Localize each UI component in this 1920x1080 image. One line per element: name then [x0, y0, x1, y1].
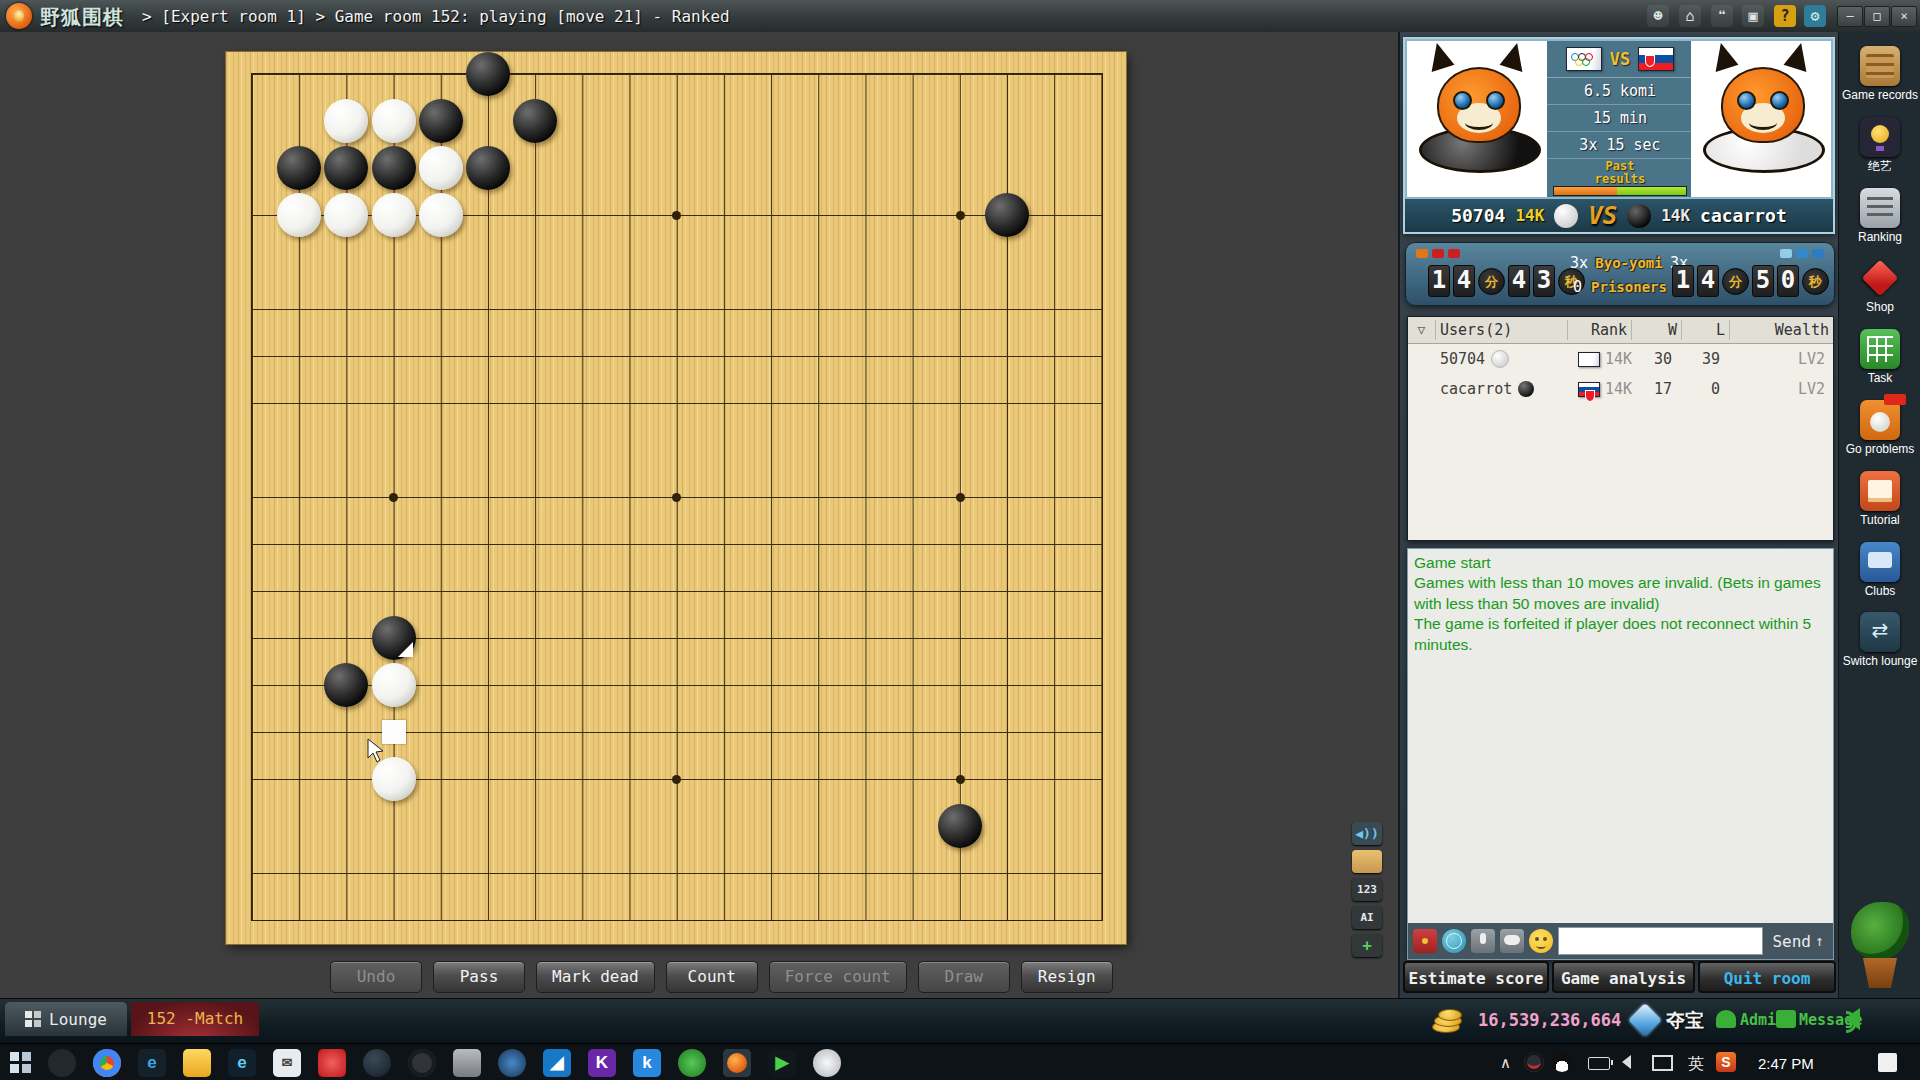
- wins-column-header: W: [1632, 320, 1682, 340]
- wealth-column-header: Wealth: [1730, 320, 1833, 340]
- chat-input[interactable]: [1558, 927, 1763, 955]
- bottom-bar: Lounge 152 -Match 16,539,236,664 夺宝 Admi…: [0, 998, 1920, 1044]
- star-point: [956, 775, 965, 784]
- byoyomi-label: Byo-yomi: [1595, 255, 1662, 271]
- rank-column-header: Rank: [1568, 320, 1632, 340]
- right-panel: VS 6.5 komi 15 min 3x 15 sec Past result…: [1398, 32, 1840, 998]
- right-byoyomi-lights: [1780, 249, 1824, 258]
- users-column-header: Users(2): [1436, 320, 1568, 340]
- mouse-cursor: [366, 738, 386, 764]
- globe-icon[interactable]: [1442, 929, 1466, 953]
- minimize-button[interactable]: —: [1837, 6, 1863, 27]
- slovakia-flag-icon: [1578, 382, 1600, 397]
- title-bar: 野狐围棋 > [Expert room 1] > Game room 152: …: [0, 0, 1920, 33]
- chat-message: Games with less than 10 moves are invali…: [1414, 573, 1827, 614]
- chat-input-bar: Send ↑: [1408, 923, 1833, 959]
- close-button[interactable]: ×: [1891, 6, 1917, 27]
- send-arrow-icon: ↑: [1815, 932, 1824, 950]
- sogou-icon[interactable]: S: [1716, 1052, 1736, 1072]
- black-stone: [277, 146, 321, 190]
- seconds-unit-badge: 秒: [1802, 268, 1829, 295]
- white-stone: [419, 146, 463, 190]
- sidebar-item-task[interactable]: Task: [1839, 329, 1920, 386]
- wegame-icon[interactable]: [678, 1049, 706, 1077]
- fox-go-app-icon-active[interactable]: [723, 1049, 751, 1077]
- diamond-icon[interactable]: [1628, 1003, 1662, 1037]
- losses-column-header: L: [1682, 320, 1730, 340]
- add-friend-icon[interactable]: ☻: [1647, 5, 1669, 27]
- vscode-icon[interactable]: ◢: [543, 1049, 571, 1077]
- black-stone: [324, 146, 368, 190]
- sidebar-item-game-records[interactable]: Game records: [1839, 46, 1920, 103]
- black-stone: [419, 99, 463, 143]
- star-point: [672, 775, 681, 784]
- chat-message: The game is forfeited if player does not…: [1414, 614, 1827, 655]
- chat-messages: Game start Games with less than 10 moves…: [1408, 549, 1833, 923]
- sidebar-item-ranking[interactable]: Ranking: [1839, 188, 1920, 245]
- zoom-plus-button[interactable]: +: [1352, 934, 1382, 957]
- user-row[interactable]: cacarrot 14K 17 0 LV2: [1408, 374, 1833, 404]
- beta-tag: [1884, 394, 1906, 405]
- ie-icon[interactable]: e: [228, 1049, 256, 1077]
- browser-globe-icon[interactable]: [498, 1049, 526, 1077]
- left-prisoners-count: 0: [1564, 278, 1591, 296]
- qq-penguin-icon[interactable]: [1552, 1052, 1572, 1072]
- hidden-icons-chevron[interactable]: ∧: [1500, 1054, 1511, 1072]
- white-stone: [372, 99, 416, 143]
- sidebar-item-tutorial[interactable]: Tutorial: [1839, 471, 1920, 528]
- black-stone: [372, 146, 416, 190]
- white-stone: [324, 99, 368, 143]
- netease-music-icon[interactable]: [318, 1049, 346, 1077]
- sidebar-item-go-problems[interactable]: Go problems: [1839, 400, 1920, 457]
- user-wins: 30: [1632, 350, 1682, 368]
- pass-button[interactable]: Pass: [433, 961, 525, 993]
- sound-speaker-icon[interactable]: [1844, 1008, 1860, 1030]
- breadcrumb-separator: >: [142, 7, 152, 26]
- users-panel: ▽ Users(2) Rank W L Wealth 50704 14K 30 …: [1407, 316, 1834, 541]
- white-stone: [324, 193, 368, 237]
- right-player-rank: 14K: [1661, 206, 1690, 225]
- sidebar-item-switch-lounge[interactable]: Switch lounge: [1839, 612, 1920, 669]
- speech-bubble-icon[interactable]: [1500, 929, 1524, 953]
- sound-toggle-icon[interactable]: ◀)): [1352, 822, 1382, 845]
- red-packet-icon[interactable]: [1413, 929, 1437, 953]
- breadcrumb: > [Expert room 1] > Game room 152: playi…: [142, 7, 730, 26]
- camera-app-icon[interactable]: [453, 1049, 481, 1077]
- user-wealth: LV2: [1730, 380, 1833, 398]
- star-point: [389, 493, 398, 502]
- user-rank: 14K: [1605, 350, 1632, 368]
- notification-center-icon[interactable]: [1878, 1053, 1897, 1072]
- breadcrumb-room-title: Game room 152: playing [move 21] - Ranke…: [335, 7, 730, 26]
- past-results[interactable]: Past results: [1547, 159, 1693, 199]
- settings-gear-icon[interactable]: ⚙: [1804, 5, 1826, 27]
- gift-icon[interactable]: ▣: [1742, 5, 1764, 27]
- ai-toggle[interactable]: AI: [1352, 906, 1382, 929]
- breadcrumb-room-path: [Expert room 1]: [161, 7, 306, 26]
- user-row[interactable]: 50704 14K 30 39 LV2: [1408, 344, 1833, 374]
- jueyi-ai-icon: [1860, 117, 1900, 157]
- coins-icon: [1432, 1007, 1466, 1035]
- edge-icon[interactable]: e: [138, 1049, 166, 1077]
- past-results-bar: [1553, 186, 1687, 196]
- black-stone: [985, 193, 1029, 237]
- filter-icon[interactable]: ▽: [1408, 320, 1436, 340]
- tutorial-icon: [1860, 471, 1900, 511]
- search-app-icon[interactable]: [48, 1049, 76, 1077]
- user-losses: 39: [1682, 350, 1730, 368]
- windows-taskbar: e e ✉ ◢ K k ▶ ∧ 英 S 2:47 PM: [0, 1043, 1920, 1080]
- user-losses: 0: [1682, 380, 1730, 398]
- vs-big-label: VS: [1588, 202, 1617, 230]
- black-stone: [466, 52, 510, 96]
- goban-grid[interactable]: [251, 73, 1103, 921]
- breadcrumb-separator: >: [315, 7, 325, 26]
- lounge-grid-icon: [25, 1011, 41, 1027]
- left-player-rank: 14K: [1515, 206, 1544, 225]
- draw-button[interactable]: Draw: [918, 961, 1010, 993]
- white-stone: [419, 193, 463, 237]
- fox-go-logo-icon: [6, 3, 32, 29]
- right-player-avatar: [1691, 41, 1831, 197]
- black-stone: [513, 99, 557, 143]
- volume-icon[interactable]: [1622, 1055, 1631, 1069]
- sidebar-item-shop[interactable]: Shop: [1839, 258, 1920, 315]
- coordinates-toggle[interactable]: 123: [1352, 878, 1382, 901]
- game-analysis-button[interactable]: Game analysis: [1552, 961, 1695, 993]
- black-stone: [324, 663, 368, 707]
- user-name: 50704: [1440, 350, 1485, 368]
- go-problems-icon: [1860, 400, 1900, 440]
- chrome-icon[interactable]: [93, 1049, 121, 1077]
- clock-time[interactable]: 2:47 PM: [1758, 1055, 1814, 1072]
- left-player-clock: 1 4 分 4 3 秒: [1428, 265, 1585, 297]
- star-point: [956, 493, 965, 502]
- estimate-score-button[interactable]: Estimate score: [1403, 961, 1549, 993]
- start-button-icon[interactable]: [10, 1052, 31, 1073]
- star-point: [672, 211, 681, 220]
- users-table-header[interactable]: ▽ Users(2) Rank W L Wealth: [1408, 317, 1833, 344]
- decorative-plant: [1847, 902, 1913, 990]
- user-rank: 14K: [1605, 380, 1632, 398]
- clock-bar: 1 4 分 4 3 秒 3x Byo-yomi 3x 0 Prisoners 1: [1405, 242, 1835, 306]
- quit-room-button[interactable]: Quit room: [1698, 961, 1836, 993]
- star-point: [672, 493, 681, 502]
- app-logo-text: 野狐围棋: [40, 4, 124, 31]
- left-player-avatar: [1407, 41, 1547, 197]
- prisoners-label: Prisoners: [1591, 279, 1667, 295]
- undo-button[interactable]: Undo: [330, 961, 422, 993]
- video-player-icon[interactable]: ▶: [768, 1049, 796, 1077]
- sidebar-item-jueyi-ai[interactable]: 绝艺: [1839, 117, 1920, 174]
- black-stone: [938, 804, 982, 848]
- sidebar-item-clubs[interactable]: Clubs: [1839, 542, 1920, 599]
- white-stone-icon: [1491, 350, 1509, 368]
- vs-label: VS: [1610, 49, 1630, 69]
- player-name-bar: 50704 14K VS 14K cacarrot: [1405, 199, 1833, 232]
- olympic-flag-icon: [1566, 47, 1602, 71]
- shop-diamond-icon: [1860, 258, 1900, 298]
- restore-button[interactable]: □: [1864, 6, 1890, 27]
- feature-sidebar: Game records 绝艺 Ranking Shop Task Go pro…: [1838, 32, 1920, 998]
- left-player-name[interactable]: 50704: [1451, 205, 1505, 226]
- game-control-buttons: Undo Pass Mark dead Count Force count Dr…: [330, 961, 1113, 993]
- right-player-clock: 1 4 分 5 0 秒: [1672, 265, 1829, 297]
- match-room-tab[interactable]: 152 -Match: [131, 1002, 259, 1036]
- admin-person-icon[interactable]: [1716, 1010, 1736, 1028]
- left-byoyomi-count: 3x: [1564, 254, 1594, 272]
- black-stone-icon: [1627, 204, 1651, 228]
- switch-lounge-icon: [1860, 612, 1900, 652]
- user-wins: 17: [1632, 380, 1682, 398]
- count-button[interactable]: Count: [666, 961, 758, 993]
- white-stone: [372, 663, 416, 707]
- black-stone: [372, 616, 416, 660]
- force-count-button[interactable]: Force count: [769, 961, 907, 993]
- k-app-icon[interactable]: K: [588, 1049, 616, 1077]
- lounge-tab[interactable]: Lounge: [5, 1002, 127, 1036]
- chat-icon[interactable]: ❝: [1711, 5, 1733, 27]
- ranking-icon: [1860, 188, 1900, 228]
- white-stone: [277, 193, 321, 237]
- obs-app-icon[interactable]: [408, 1049, 436, 1077]
- battery-icon[interactable]: [1588, 1057, 1610, 1070]
- black-stone: [466, 146, 510, 190]
- send-button[interactable]: Send ↑: [1768, 932, 1828, 951]
- chat-message: Game start: [1414, 553, 1827, 573]
- byoyomi-setting-value: 3x 15 sec: [1547, 132, 1693, 159]
- help-icon[interactable]: ?: [1774, 5, 1796, 27]
- money-balance: 16,539,236,664: [1478, 1010, 1621, 1030]
- olympic-flag-icon: [1578, 352, 1600, 367]
- white-stone: [372, 193, 416, 237]
- goban[interactable]: [226, 52, 1126, 944]
- chat-panel: Game start Games with less than 10 moves…: [1407, 548, 1834, 960]
- room-action-buttons: Estimate score Game analysis Quit room: [1403, 961, 1836, 993]
- misc-app-icon[interactable]: [813, 1049, 841, 1077]
- file-explorer-icon[interactable]: [183, 1049, 211, 1077]
- game-records-icon: [1860, 46, 1900, 86]
- mail-icon[interactable]: ✉: [273, 1049, 301, 1077]
- fox-go-client-window: 野狐围棋 > [Expert room 1] > Game room 152: …: [0, 0, 1920, 1080]
- player-card: VS 6.5 komi 15 min 3x 15 sec Past result…: [1403, 37, 1835, 234]
- main-time-value: 15 min: [1547, 105, 1693, 132]
- clubs-icon: [1860, 542, 1900, 582]
- user-name: cacarrot: [1440, 380, 1512, 398]
- right-player-name[interactable]: cacarrot: [1700, 205, 1787, 226]
- komi-value: 6.5 komi: [1547, 78, 1693, 105]
- board-area: Undo Pass Mark dead Count Force count Dr…: [0, 32, 1398, 998]
- task-icon: [1860, 329, 1900, 369]
- home-icon[interactable]: ⌂: [1679, 5, 1701, 27]
- left-byoyomi-lights: [1416, 249, 1460, 258]
- emoji-icon[interactable]: [1529, 929, 1553, 953]
- steam-icon[interactable]: [363, 1049, 391, 1077]
- last-move-marker: [398, 642, 413, 657]
- user-wealth: LV2: [1730, 350, 1833, 368]
- treasure-label[interactable]: 夺宝: [1666, 1008, 1704, 1034]
- microphone-icon[interactable]: [1471, 929, 1495, 953]
- board-theme-icon[interactable]: [1352, 850, 1382, 873]
- message-envelope-icon[interactable]: [1776, 1010, 1796, 1028]
- star-point: [956, 211, 965, 220]
- black-stone-icon: [1518, 381, 1534, 397]
- k2-app-icon[interactable]: k: [633, 1049, 661, 1077]
- white-stone-icon: [1554, 204, 1578, 228]
- obs-tray-icon[interactable]: [1524, 1052, 1544, 1072]
- slovakia-flag-icon: [1638, 47, 1674, 71]
- network-icon[interactable]: [1652, 1055, 1673, 1071]
- match-info-column: VS 6.5 komi 15 min 3x 15 sec Past result…: [1547, 41, 1693, 197]
- minutes-unit-badge: 分: [1478, 268, 1505, 295]
- mark-dead-button[interactable]: Mark dead: [536, 961, 655, 993]
- ime-indicator[interactable]: 英: [1688, 1054, 1704, 1075]
- resign-button[interactable]: Resign: [1021, 961, 1113, 993]
- board-tool-column: ◀)) 123 AI +: [1352, 822, 1386, 962]
- minutes-unit-badge: 分: [1722, 268, 1749, 295]
